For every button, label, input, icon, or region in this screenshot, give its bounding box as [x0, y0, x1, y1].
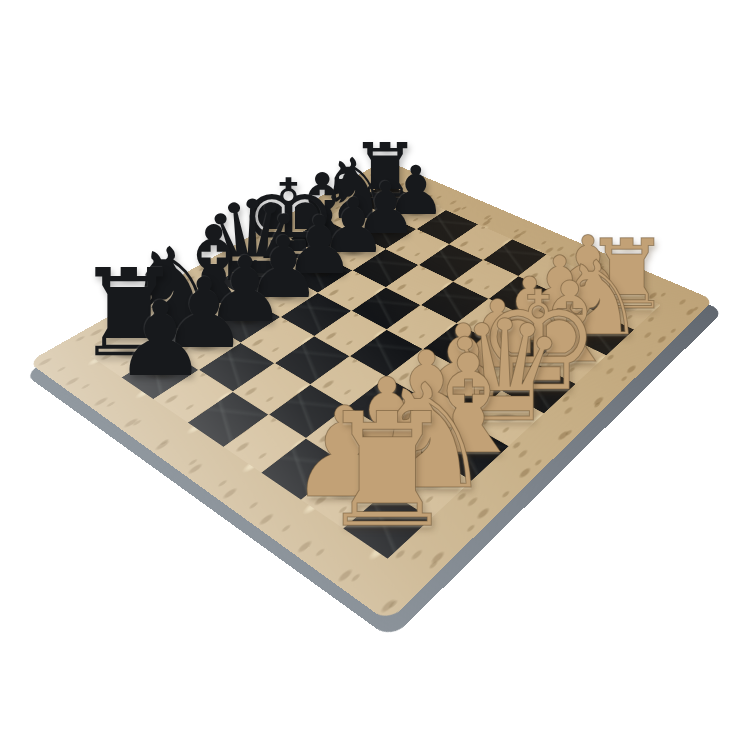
pieces-layer: ♜♞♝♛♚♝♞♜♟♟♟♟♟♟♟♟♟♟♟♟♟♟♟♟♜♞♝♛♚♝♞♜ — [0, 0, 755, 755]
chess-set-product-photo: ♜♞♝♛♚♝♞♜♟♟♟♟♟♟♟♟♟♟♟♟♟♟♟♟♜♞♝♛♚♝♞♜ — [0, 0, 755, 755]
piece-white-rook-a1[interactable]: ♜ — [317, 393, 458, 550]
piece-black-pawn-a7[interactable]: ♟ — [114, 288, 207, 392]
